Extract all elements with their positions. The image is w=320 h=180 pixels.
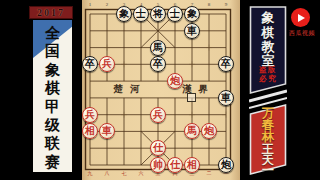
event-banner: 全 国 象 棋 甲 级 联 赛 bbox=[33, 20, 72, 172]
channel-banner: 象 棋 教 室 盗版 必究 万 春 林 王 天 一 bbox=[249, 4, 287, 176]
red-advisor: 仕 bbox=[150, 140, 166, 156]
event-char: 国 bbox=[45, 42, 60, 60]
red-elephant: 相 bbox=[82, 123, 98, 139]
river-label: 楚 bbox=[112, 83, 124, 96]
last-move-marker bbox=[187, 93, 196, 102]
event-char: 赛 bbox=[45, 153, 60, 171]
black-king: 将 bbox=[150, 6, 166, 22]
red-advisor: 仕 bbox=[167, 157, 183, 173]
black-soldier: 卒 bbox=[150, 56, 166, 72]
file-label: 六 bbox=[136, 171, 146, 177]
river-label: 界 bbox=[197, 83, 209, 96]
red-cannon: 炮 bbox=[167, 73, 183, 89]
program-char: 教 bbox=[249, 40, 287, 53]
site-watermark: 西瓜视频 bbox=[285, 29, 319, 38]
program-char: 象 bbox=[249, 11, 287, 24]
file-label: 2 bbox=[102, 2, 112, 8]
black-chariot: 車 bbox=[218, 90, 234, 106]
black-soldier: 卒 bbox=[218, 56, 234, 72]
copyright-notice: 盗版 bbox=[249, 66, 287, 74]
red-soldier: 兵 bbox=[150, 107, 166, 123]
event-char: 棋 bbox=[45, 79, 60, 97]
file-label: 七 bbox=[119, 171, 129, 177]
event-char: 联 bbox=[45, 134, 60, 152]
red-soldier: 兵 bbox=[82, 107, 98, 123]
file-label: 9 bbox=[221, 2, 231, 8]
file-label: 九 bbox=[85, 171, 95, 177]
river-label: 河 bbox=[129, 83, 141, 96]
event-char: 象 bbox=[45, 61, 60, 79]
red-horse: 馬 bbox=[184, 123, 200, 139]
black-horse: 馬 bbox=[150, 40, 166, 56]
black-soldier: 卒 bbox=[82, 56, 98, 72]
file-label: 1 bbox=[85, 2, 95, 8]
play-icon bbox=[298, 14, 305, 22]
black-advisor: 士 bbox=[167, 6, 183, 22]
event-char: 甲 bbox=[45, 98, 60, 116]
black-elephant: 象 bbox=[184, 6, 200, 22]
file-label: 8 bbox=[204, 2, 214, 8]
black-cannon: 炮 bbox=[218, 157, 234, 173]
file-label: 二 bbox=[204, 171, 214, 177]
black-elephant: 象 bbox=[116, 6, 132, 22]
year-badge: 2017 bbox=[29, 6, 73, 19]
black-advisor: 士 bbox=[133, 6, 149, 22]
event-char: 级 bbox=[45, 116, 60, 134]
program-char: 棋 bbox=[249, 26, 287, 39]
red-king: 帅 bbox=[150, 157, 166, 173]
red-elephant: 相 bbox=[184, 157, 200, 173]
red-soldier: 兵 bbox=[99, 56, 115, 72]
red-cannon: 炮 bbox=[201, 123, 217, 139]
black-chariot: 車 bbox=[184, 23, 200, 39]
black-player-char: 一 bbox=[249, 164, 287, 176]
red-chariot: 車 bbox=[99, 123, 115, 139]
event-char: 全 bbox=[45, 24, 60, 42]
file-label: 八 bbox=[102, 171, 112, 177]
copyright-notice: 必究 bbox=[249, 75, 287, 83]
xiangqi-board: 1 2 3 4 5 6 7 8 9 九 八 七 六 五 四 三 二 一 楚 河 … bbox=[82, 0, 240, 180]
play-button[interactable] bbox=[291, 8, 310, 27]
video-frame: 2017 全 国 象 棋 甲 级 联 赛 1 2 3 4 5 6 7 8 9 九… bbox=[0, 0, 320, 180]
